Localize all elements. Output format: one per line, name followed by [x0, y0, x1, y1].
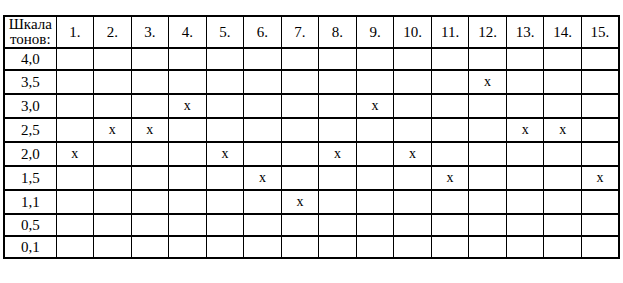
grid-cell-r8-c11 [431, 214, 469, 236]
grid-cell-r1-c6 [244, 48, 282, 70]
grid-cell-r9-c4 [169, 236, 207, 258]
grid-cell-r5-c7 [281, 142, 319, 166]
grid-cell-r1-c2 [94, 48, 132, 70]
grid-cell-r7-c5 [206, 190, 244, 214]
mark-x-r2-c12: x [469, 70, 507, 94]
grid-cell-r5-c14 [544, 142, 582, 166]
grid-cell-r6-c13 [506, 166, 544, 190]
tone-row-3,5: 3,5x [4, 70, 619, 94]
grid-cell-r3-c12 [469, 94, 507, 118]
grid-cell-r3-c14 [544, 94, 582, 118]
grid-cell-r2-c14 [544, 70, 582, 94]
grid-cell-r6-c9 [356, 166, 394, 190]
grid-cell-r7-c9 [356, 190, 394, 214]
grid-cell-r1-c13 [506, 48, 544, 70]
grid-cell-r6-c4 [169, 166, 207, 190]
grid-cell-r7-c2 [94, 190, 132, 214]
grid-cell-r2-c15 [581, 70, 619, 94]
grid-cell-r9-c10 [394, 236, 432, 258]
column-header-7: 7. [281, 16, 319, 48]
grid-cell-r5-c4 [169, 142, 207, 166]
grid-cell-r2-c9 [356, 70, 394, 94]
grid-cell-r4-c5 [206, 118, 244, 142]
grid-cell-r1-c12 [469, 48, 507, 70]
grid-cell-r7-c14 [544, 190, 582, 214]
grid-cell-r2-c8 [319, 70, 357, 94]
grid-cell-r6-c2 [94, 166, 132, 190]
corner-label: Шкала тонов: [4, 16, 56, 48]
grid-cell-r1-c4 [169, 48, 207, 70]
grid-cell-r4-c12 [469, 118, 507, 142]
tone-scale-table: Шкала тонов: 1.2.3.4.5.6.7.8.9.10.11.12.… [3, 15, 620, 259]
tone-row-1,5: 1,5xxx [4, 166, 619, 190]
mark-x-r4-c13: x [506, 118, 544, 142]
grid-cell-r2-c11 [431, 70, 469, 94]
tone-row-2,5: 2,5xxxx [4, 118, 619, 142]
grid-cell-r8-c1 [56, 214, 94, 236]
grid-cell-r7-c10 [394, 190, 432, 214]
grid-cell-r9-c14 [544, 236, 582, 258]
grid-cell-r9-c12 [469, 236, 507, 258]
grid-cell-r2-c10 [394, 70, 432, 94]
grid-cell-r5-c3 [131, 142, 169, 166]
grid-cell-r9-c9 [356, 236, 394, 258]
grid-cell-r5-c12 [469, 142, 507, 166]
grid-cell-r2-c6 [244, 70, 282, 94]
grid-cell-r3-c6 [244, 94, 282, 118]
tone-row-1,1: 1,1x [4, 190, 619, 214]
grid-cell-r5-c11 [431, 142, 469, 166]
grid-cell-r8-c15 [581, 214, 619, 236]
grid-cell-r2-c7 [281, 70, 319, 94]
grid-cell-r4-c7 [281, 118, 319, 142]
mark-x-r5-c5: x [206, 142, 244, 166]
grid-cell-r8-c8 [319, 214, 357, 236]
row-label-1,1: 1,1 [4, 190, 56, 214]
row-label-0,1: 0,1 [4, 236, 56, 258]
grid-cell-r2-c5 [206, 70, 244, 94]
column-header-9: 9. [356, 16, 394, 48]
tone-row-4,0: 4,0 [4, 48, 619, 70]
column-header-13: 13. [506, 16, 544, 48]
mark-x-r5-c8: x [319, 142, 357, 166]
column-header-5: 5. [206, 16, 244, 48]
column-header-2: 2. [94, 16, 132, 48]
grid-cell-r1-c14 [544, 48, 582, 70]
column-header-4: 4. [169, 16, 207, 48]
grid-cell-r9-c15 [581, 236, 619, 258]
column-header-1: 1. [56, 16, 94, 48]
grid-cell-r2-c3 [131, 70, 169, 94]
grid-cell-r8-c5 [206, 214, 244, 236]
grid-cell-r5-c15 [581, 142, 619, 166]
mark-x-r4-c3: x [131, 118, 169, 142]
grid-cell-r3-c10 [394, 94, 432, 118]
grid-cell-r7-c4 [169, 190, 207, 214]
grid-cell-r3-c7 [281, 94, 319, 118]
mark-x-r6-c15: x [581, 166, 619, 190]
grid-cell-r1-c7 [281, 48, 319, 70]
grid-cell-r6-c12 [469, 166, 507, 190]
grid-cell-r5-c2 [94, 142, 132, 166]
grid-cell-r7-c6 [244, 190, 282, 214]
grid-cell-r5-c13 [506, 142, 544, 166]
grid-cell-r7-c13 [506, 190, 544, 214]
row-label-4,0: 4,0 [4, 48, 56, 70]
tone-row-0,1: 0,1 [4, 236, 619, 258]
grid-cell-r9-c11 [431, 236, 469, 258]
grid-cell-r2-c2 [94, 70, 132, 94]
grid-cell-r3-c15 [581, 94, 619, 118]
column-header-10: 10. [394, 16, 432, 48]
tone-row-3,0: 3,0xx [4, 94, 619, 118]
grid-cell-r4-c10 [394, 118, 432, 142]
grid-cell-r1-c11 [431, 48, 469, 70]
grid-cell-r3-c8 [319, 94, 357, 118]
grid-cell-r4-c4 [169, 118, 207, 142]
column-header-12: 12. [469, 16, 507, 48]
grid-cell-r9-c8 [319, 236, 357, 258]
grid-cell-r1-c9 [356, 48, 394, 70]
grid-cell-r6-c1 [56, 166, 94, 190]
grid-cell-r1-c10 [394, 48, 432, 70]
row-label-0,5: 0,5 [4, 214, 56, 236]
grid-cell-r8-c2 [94, 214, 132, 236]
grid-cell-r4-c1 [56, 118, 94, 142]
grid-cell-r1-c8 [319, 48, 357, 70]
grid-cell-r3-c5 [206, 94, 244, 118]
column-header-15: 15. [581, 16, 619, 48]
grid-cell-r8-c7 [281, 214, 319, 236]
grid-cell-r2-c13 [506, 70, 544, 94]
grid-cell-r2-c1 [56, 70, 94, 94]
column-header-11: 11. [431, 16, 469, 48]
grid-cell-r9-c3 [131, 236, 169, 258]
grid-cell-r6-c10 [394, 166, 432, 190]
grid-cell-r6-c3 [131, 166, 169, 190]
column-header-3: 3. [131, 16, 169, 48]
grid-cell-r7-c8 [319, 190, 357, 214]
grid-cell-r8-c3 [131, 214, 169, 236]
grid-cell-r9-c7 [281, 236, 319, 258]
grid-cell-r8-c10 [394, 214, 432, 236]
grid-cell-r5-c9 [356, 142, 394, 166]
mark-x-r4-c14: x [544, 118, 582, 142]
mark-x-r6-c11: x [431, 166, 469, 190]
grid-cell-r3-c3 [131, 94, 169, 118]
grid-cell-r6-c14 [544, 166, 582, 190]
grid-cell-r3-c2 [94, 94, 132, 118]
grid-cell-r1-c15 [581, 48, 619, 70]
grid-cell-r8-c14 [544, 214, 582, 236]
grid-cell-r4-c11 [431, 118, 469, 142]
grid-cell-r1-c5 [206, 48, 244, 70]
page: Шкала тонов: 1.2.3.4.5.6.7.8.9.10.11.12.… [0, 0, 623, 283]
mark-x-r5-c10: x [394, 142, 432, 166]
column-header-8: 8. [319, 16, 357, 48]
grid-cell-r6-c8 [319, 166, 357, 190]
grid-cell-r7-c15 [581, 190, 619, 214]
mark-x-r7-c7: x [281, 190, 319, 214]
mark-x-r6-c6: x [244, 166, 282, 190]
grid-cell-r4-c6 [244, 118, 282, 142]
grid-cell-r8-c12 [469, 214, 507, 236]
tone-row-0,5: 0,5 [4, 214, 619, 236]
grid-cell-r6-c5 [206, 166, 244, 190]
grid-cell-r4-c8 [319, 118, 357, 142]
grid-cell-r4-c9 [356, 118, 394, 142]
column-header-6: 6. [244, 16, 282, 48]
grid-cell-r8-c4 [169, 214, 207, 236]
grid-cell-r3-c11 [431, 94, 469, 118]
grid-cell-r6-c7 [281, 166, 319, 190]
grid-cell-r8-c6 [244, 214, 282, 236]
header-row: Шкала тонов: 1.2.3.4.5.6.7.8.9.10.11.12.… [4, 16, 619, 48]
row-label-2,5: 2,5 [4, 118, 56, 142]
column-header-14: 14. [544, 16, 582, 48]
row-label-1,5: 1,5 [4, 166, 56, 190]
mark-x-r5-c1: x [56, 142, 94, 166]
grid-cell-r4-c15 [581, 118, 619, 142]
grid-cell-r9-c13 [506, 236, 544, 258]
mark-x-r3-c9: x [356, 94, 394, 118]
mark-x-r3-c4: x [169, 94, 207, 118]
grid-cell-r5-c6 [244, 142, 282, 166]
grid-cell-r9-c6 [244, 236, 282, 258]
grid-cell-r9-c2 [94, 236, 132, 258]
mark-x-r4-c2: x [94, 118, 132, 142]
grid-cell-r3-c1 [56, 94, 94, 118]
grid-cell-r7-c12 [469, 190, 507, 214]
grid-cell-r1-c3 [131, 48, 169, 70]
grid-cell-r9-c1 [56, 236, 94, 258]
tone-row-2,0: 2,0xxxx [4, 142, 619, 166]
row-label-3,0: 3,0 [4, 94, 56, 118]
grid-cell-r7-c11 [431, 190, 469, 214]
grid-cell-r1-c1 [56, 48, 94, 70]
row-label-3,5: 3,5 [4, 70, 56, 94]
grid-cell-r3-c13 [506, 94, 544, 118]
grid-cell-r8-c9 [356, 214, 394, 236]
grid-cell-r7-c3 [131, 190, 169, 214]
grid-cell-r7-c1 [56, 190, 94, 214]
row-label-2,0: 2,0 [4, 142, 56, 166]
grid-cell-r2-c4 [169, 70, 207, 94]
grid-cell-r9-c5 [206, 236, 244, 258]
grid-cell-r8-c13 [506, 214, 544, 236]
